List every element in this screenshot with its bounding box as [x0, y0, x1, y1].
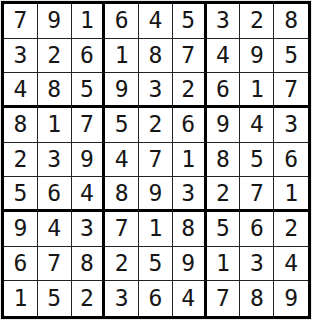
- cell-r4c6[interactable]: 6: [173, 108, 207, 143]
- cell-r3c9[interactable]: 7: [274, 73, 308, 108]
- cell-r2c6[interactable]: 7: [173, 39, 207, 74]
- cell-r3c4[interactable]: 9: [105, 73, 139, 108]
- cell-r2c8[interactable]: 9: [240, 39, 274, 74]
- cell-r4c5[interactable]: 2: [139, 108, 173, 143]
- cell-r8c5[interactable]: 5: [139, 247, 173, 282]
- cell-r4c8[interactable]: 4: [240, 108, 274, 143]
- cell-r1c3[interactable]: 1: [72, 4, 106, 39]
- cell-r2c3[interactable]: 6: [72, 39, 106, 74]
- cell-r9c3[interactable]: 2: [72, 281, 106, 316]
- cell-r3c5[interactable]: 3: [139, 73, 173, 108]
- cell-r5c8[interactable]: 5: [240, 143, 274, 178]
- cell-r6c2[interactable]: 6: [38, 177, 72, 212]
- cell-r8c3[interactable]: 8: [72, 247, 106, 282]
- cell-r7c8[interactable]: 6: [240, 212, 274, 247]
- cell-r9c8[interactable]: 8: [240, 281, 274, 316]
- cell-r9c5[interactable]: 6: [139, 281, 173, 316]
- cell-r4c9[interactable]: 3: [274, 108, 308, 143]
- cell-r6c7[interactable]: 2: [207, 177, 241, 212]
- cell-r5c2[interactable]: 3: [38, 143, 72, 178]
- cell-r6c5[interactable]: 9: [139, 177, 173, 212]
- cell-r7c5[interactable]: 1: [139, 212, 173, 247]
- cell-r6c8[interactable]: 7: [240, 177, 274, 212]
- cell-r8c6[interactable]: 9: [173, 247, 207, 282]
- cell-r9c4[interactable]: 3: [105, 281, 139, 316]
- cell-r8c9[interactable]: 4: [274, 247, 308, 282]
- cell-r2c7[interactable]: 4: [207, 39, 241, 74]
- cell-r1c1[interactable]: 7: [4, 4, 38, 39]
- cell-r8c4[interactable]: 2: [105, 247, 139, 282]
- cell-r2c9[interactable]: 5: [274, 39, 308, 74]
- cell-r7c4[interactable]: 7: [105, 212, 139, 247]
- cell-r1c9[interactable]: 8: [274, 4, 308, 39]
- cell-r2c1[interactable]: 3: [4, 39, 38, 74]
- cell-r3c1[interactable]: 4: [4, 73, 38, 108]
- cell-r6c1[interactable]: 5: [4, 177, 38, 212]
- cell-r1c5[interactable]: 4: [139, 4, 173, 39]
- cell-r4c7[interactable]: 9: [207, 108, 241, 143]
- cell-r2c4[interactable]: 1: [105, 39, 139, 74]
- cell-r9c2[interactable]: 5: [38, 281, 72, 316]
- cell-r1c7[interactable]: 3: [207, 4, 241, 39]
- cell-r4c4[interactable]: 5: [105, 108, 139, 143]
- cell-r2c2[interactable]: 2: [38, 39, 72, 74]
- cell-r9c6[interactable]: 4: [173, 281, 207, 316]
- cell-r6c6[interactable]: 3: [173, 177, 207, 212]
- cell-r5c5[interactable]: 7: [139, 143, 173, 178]
- cell-r7c9[interactable]: 2: [274, 212, 308, 247]
- cell-r4c1[interactable]: 8: [4, 108, 38, 143]
- cell-r7c2[interactable]: 4: [38, 212, 72, 247]
- cell-r7c1[interactable]: 9: [4, 212, 38, 247]
- cell-r5c4[interactable]: 4: [105, 143, 139, 178]
- cell-r5c6[interactable]: 1: [173, 143, 207, 178]
- cell-r8c8[interactable]: 3: [240, 247, 274, 282]
- cell-r1c6[interactable]: 5: [173, 4, 207, 39]
- cell-r3c2[interactable]: 8: [38, 73, 72, 108]
- cell-r8c7[interactable]: 1: [207, 247, 241, 282]
- cell-r1c2[interactable]: 9: [38, 4, 72, 39]
- cell-r7c6[interactable]: 8: [173, 212, 207, 247]
- cell-r5c3[interactable]: 9: [72, 143, 106, 178]
- cell-r9c1[interactable]: 1: [4, 281, 38, 316]
- sudoku-board: 7916453283261874954859326178175269432394…: [0, 0, 312, 320]
- cell-r3c3[interactable]: 5: [72, 73, 106, 108]
- cell-r9c7[interactable]: 7: [207, 281, 241, 316]
- cell-r6c4[interactable]: 8: [105, 177, 139, 212]
- cell-r5c1[interactable]: 2: [4, 143, 38, 178]
- cell-r4c2[interactable]: 1: [38, 108, 72, 143]
- cell-r9c9[interactable]: 9: [274, 281, 308, 316]
- cell-r2c5[interactable]: 8: [139, 39, 173, 74]
- cell-r1c8[interactable]: 2: [240, 4, 274, 39]
- cell-r8c1[interactable]: 6: [4, 247, 38, 282]
- cell-r5c7[interactable]: 8: [207, 143, 241, 178]
- cell-r6c9[interactable]: 1: [274, 177, 308, 212]
- sudoku-grid: 7916453283261874954859326178175269432394…: [1, 1, 311, 319]
- cell-r3c8[interactable]: 1: [240, 73, 274, 108]
- cell-r7c7[interactable]: 5: [207, 212, 241, 247]
- cell-r8c2[interactable]: 7: [38, 247, 72, 282]
- cell-r5c9[interactable]: 6: [274, 143, 308, 178]
- cell-r3c7[interactable]: 6: [207, 73, 241, 108]
- cell-r6c3[interactable]: 4: [72, 177, 106, 212]
- cell-r4c3[interactable]: 7: [72, 108, 106, 143]
- cell-r7c3[interactable]: 3: [72, 212, 106, 247]
- cell-r1c4[interactable]: 6: [105, 4, 139, 39]
- cell-r3c6[interactable]: 2: [173, 73, 207, 108]
